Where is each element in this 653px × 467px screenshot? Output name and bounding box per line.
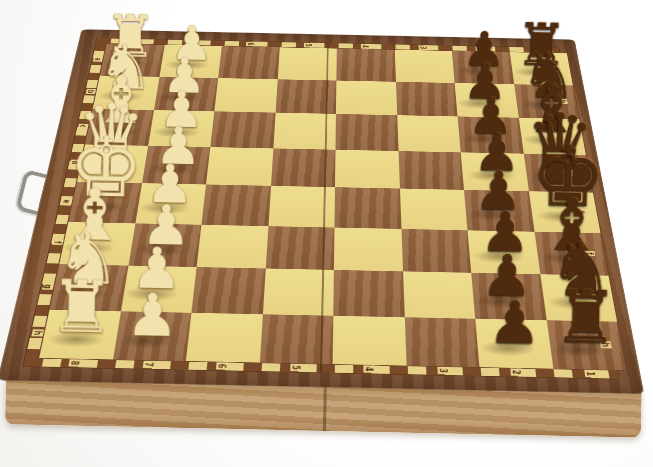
fold-seam-front [323,384,327,431]
square-a4 [336,49,395,82]
square-c6 [210,111,275,148]
file-label-left-b: b [86,89,96,94]
square-b6 [214,78,277,113]
rank-label-top-1: 1 [533,48,543,53]
board-tilt-wrapper: 88aa77bb66cc55dd44ee33ff22gg11hh ♜♞♝♛♚♝♞… [0,0,653,467]
square-b2 [455,83,519,118]
square-c7 [148,110,215,147]
chess-set-photo: 88aa77bb66cc55dd44ee33ff22gg11hh ♜♞♝♛♚♝♞… [0,0,653,467]
file-label-right-b: b [558,99,568,104]
rank-label-top-3: 3 [418,45,427,50]
square-a6 [218,46,279,79]
square-a2 [452,51,514,84]
file-label-right-a: a [552,66,562,71]
square-b4 [336,80,397,115]
square-c5 [273,113,336,150]
rank-label-top-4: 4 [361,44,370,49]
rank-label-top-6: 6 [246,42,255,47]
square-d5 [271,148,336,187]
piece-white-pawn: ♟ [109,285,196,345]
square-c3 [397,115,461,152]
piece-black-rook: ♜ [542,281,629,355]
rank-label-top-7: 7 [189,41,199,46]
square-b3 [396,82,458,117]
rank-label-top-5: 5 [304,43,313,48]
square-a1 [509,52,572,85]
square-a8 [100,44,164,77]
rank-label-top-8: 8 [131,39,141,44]
square-c2 [458,116,524,153]
square-a7 [159,45,222,78]
file-label-left-a: a [93,57,103,62]
square-d6 [206,147,273,186]
square-b1 [514,84,579,119]
square-b8 [93,75,159,110]
square-d3 [398,151,464,190]
rank-label-top-2: 2 [476,47,485,52]
square-b7 [154,77,219,112]
chess-board: 88aa77bb66cc55dd44ee33ff22gg11hh ♜♞♝♛♚♝♞… [0,29,645,394]
square-a3 [394,50,454,83]
square-d4 [335,149,399,188]
square-b5 [275,79,336,114]
square-c4 [335,114,398,151]
square-a5 [277,47,337,80]
